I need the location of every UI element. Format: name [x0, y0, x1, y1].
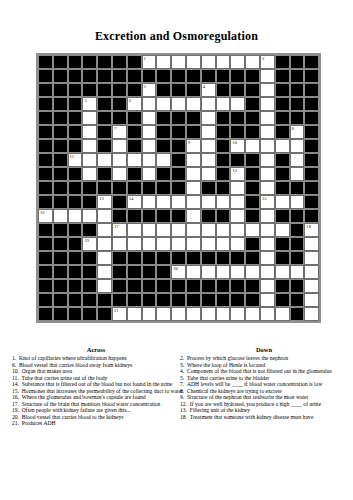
black-cell: [112, 69, 127, 83]
white-cell[interactable]: 1: [142, 55, 157, 69]
black-cell: [82, 251, 97, 265]
white-cell[interactable]: [171, 237, 186, 251]
black-cell: [156, 139, 171, 153]
black-cell: [82, 181, 97, 195]
clue-number: 19: [84, 238, 89, 243]
white-cell[interactable]: [82, 111, 97, 125]
black-cell: [112, 279, 127, 293]
white-cell[interactable]: [275, 139, 290, 153]
white-cell[interactable]: [201, 153, 216, 167]
white-cell[interactable]: [230, 97, 245, 111]
white-cell[interactable]: [97, 209, 112, 223]
white-cell[interactable]: 3: [142, 83, 157, 97]
black-cell: [112, 181, 127, 195]
black-cell: [82, 265, 97, 279]
black-cell: [97, 83, 112, 97]
black-cell: [127, 55, 142, 69]
black-cell: [290, 293, 305, 307]
white-cell[interactable]: [201, 223, 216, 237]
black-cell: [112, 83, 127, 97]
white-cell[interactable]: 8: [290, 125, 305, 139]
white-cell[interactable]: 5: [82, 97, 97, 111]
black-cell: [201, 293, 216, 307]
white-cell[interactable]: 10: [230, 139, 245, 153]
white-cell[interactable]: [82, 125, 97, 139]
black-cell: [53, 237, 68, 251]
white-cell[interactable]: [245, 139, 260, 153]
black-cell: [38, 307, 53, 321]
white-cell[interactable]: [230, 181, 245, 195]
black-cell: [304, 139, 319, 153]
white-cell[interactable]: [260, 83, 275, 97]
black-cell: [127, 265, 142, 279]
black-cell: [216, 125, 231, 139]
black-cell: [216, 153, 231, 167]
white-cell[interactable]: [260, 181, 275, 195]
clue-number: 18: [306, 224, 311, 229]
black-cell: [127, 279, 142, 293]
white-cell[interactable]: [201, 55, 216, 69]
white-cell[interactable]: [112, 237, 127, 251]
white-cell[interactable]: [186, 265, 201, 279]
black-cell: [68, 251, 83, 265]
black-cell: [290, 209, 305, 223]
white-cell[interactable]: 20: [171, 265, 186, 279]
white-cell[interactable]: 18: [304, 223, 319, 237]
white-cell[interactable]: [186, 223, 201, 237]
black-cell: [290, 307, 305, 321]
black-cell: [201, 279, 216, 293]
white-cell[interactable]: [260, 153, 275, 167]
white-cell[interactable]: [304, 279, 319, 293]
black-cell: [171, 279, 186, 293]
white-cell[interactable]: 15: [260, 195, 275, 209]
black-cell: [216, 69, 231, 83]
black-cell: [290, 223, 305, 237]
black-cell: [127, 125, 142, 139]
black-cell: [127, 167, 142, 181]
white-cell[interactable]: [171, 223, 186, 237]
white-cell[interactable]: [304, 265, 319, 279]
black-cell: [68, 223, 83, 237]
black-cell: [201, 181, 216, 195]
clue-number: 3: [144, 84, 146, 89]
white-cell[interactable]: 9: [186, 139, 201, 153]
black-cell: [171, 251, 186, 265]
black-cell: [171, 139, 186, 153]
black-cell: [304, 181, 319, 195]
white-cell[interactable]: 11: [68, 153, 83, 167]
black-cell: [68, 237, 83, 251]
black-cell: [53, 195, 68, 209]
down-clue-18: 18. Treatment that someone with kidney d…: [180, 414, 348, 421]
white-cell[interactable]: [216, 307, 231, 321]
white-cell[interactable]: [260, 111, 275, 125]
white-cell[interactable]: [142, 307, 157, 321]
black-cell: [127, 139, 142, 153]
black-cell: [290, 69, 305, 83]
black-cell: [186, 69, 201, 83]
white-cell[interactable]: [82, 153, 97, 167]
black-cell: [186, 83, 201, 97]
white-cell[interactable]: [142, 153, 157, 167]
white-cell[interactable]: [245, 223, 260, 237]
black-cell: [245, 195, 260, 209]
down-clue-list: 2. Process by which glucose leaves the n…: [180, 355, 348, 420]
white-cell[interactable]: [142, 125, 157, 139]
white-cell[interactable]: 4: [201, 83, 216, 97]
black-cell: [68, 125, 83, 139]
black-cell: [68, 139, 83, 153]
clue-number: 17: [114, 224, 119, 229]
white-cell[interactable]: [260, 69, 275, 83]
white-cell[interactable]: [68, 209, 83, 223]
white-cell[interactable]: [186, 167, 201, 181]
black-cell: [186, 111, 201, 125]
black-cell: [156, 167, 171, 181]
white-cell[interactable]: 7: [112, 125, 127, 139]
black-cell: [53, 279, 68, 293]
black-cell: [38, 83, 53, 97]
white-cell[interactable]: [186, 55, 201, 69]
white-cell[interactable]: 2: [260, 55, 275, 69]
clue-number: 14: [129, 196, 134, 201]
white-cell[interactable]: [186, 237, 201, 251]
black-cell: [171, 153, 186, 167]
black-cell: [38, 265, 53, 279]
white-cell[interactable]: [216, 265, 231, 279]
black-cell: [171, 209, 186, 223]
white-cell[interactable]: [201, 265, 216, 279]
page-title: Excretion and Osmoregulation: [0, 29, 353, 44]
white-cell[interactable]: [201, 307, 216, 321]
black-cell: [230, 293, 245, 307]
white-cell[interactable]: [97, 251, 112, 265]
white-cell[interactable]: [156, 195, 171, 209]
white-cell[interactable]: [260, 279, 275, 293]
clue-number: 13: [99, 196, 104, 201]
white-cell[interactable]: [230, 237, 245, 251]
white-cell[interactable]: [304, 251, 319, 265]
clue-number: 6: [129, 98, 131, 103]
black-cell: [82, 55, 97, 69]
black-cell: [216, 279, 231, 293]
black-cell: [186, 125, 201, 139]
black-cell: [304, 83, 319, 97]
white-cell[interactable]: [230, 223, 245, 237]
white-cell[interactable]: 14: [127, 195, 142, 209]
white-cell[interactable]: [290, 153, 305, 167]
black-cell: [201, 251, 216, 265]
black-cell: [216, 111, 231, 125]
white-cell[interactable]: 17: [112, 223, 127, 237]
clue-number: 11: [70, 154, 74, 159]
black-cell: [230, 279, 245, 293]
across-clue-21: 21. Produces ADH: [12, 420, 180, 427]
white-cell[interactable]: [304, 237, 319, 251]
white-cell[interactable]: [216, 237, 231, 251]
black-cell: [142, 293, 157, 307]
black-cell: [171, 125, 186, 139]
black-cell: [304, 195, 319, 209]
black-cell: [216, 181, 231, 195]
white-cell[interactable]: [201, 125, 216, 139]
black-cell: [53, 251, 68, 265]
white-cell[interactable]: [97, 265, 112, 279]
white-cell[interactable]: [304, 307, 319, 321]
across-clue-list: 1. Knot of capillaries where ultrafiltra…: [12, 355, 180, 427]
white-cell[interactable]: [97, 153, 112, 167]
white-cell[interactable]: [127, 307, 142, 321]
black-cell: [82, 279, 97, 293]
black-cell: [142, 181, 157, 195]
black-cell: [304, 55, 319, 69]
white-cell[interactable]: [201, 167, 216, 181]
black-cell: [97, 293, 112, 307]
clue-number: 2: [262, 56, 264, 61]
white-cell[interactable]: 12: [230, 167, 245, 181]
black-cell: [156, 181, 171, 195]
black-cell: [275, 237, 290, 251]
black-cell: [275, 125, 290, 139]
black-cell: [127, 111, 142, 125]
black-cell: [112, 293, 127, 307]
white-cell[interactable]: [127, 223, 142, 237]
white-cell[interactable]: [245, 307, 260, 321]
white-cell[interactable]: [142, 223, 157, 237]
white-cell[interactable]: [260, 139, 275, 153]
black-cell: [38, 223, 53, 237]
black-cell: [82, 83, 97, 97]
black-cell: [245, 153, 260, 167]
black-cell: [201, 209, 216, 223]
white-cell[interactable]: [290, 139, 305, 153]
white-cell[interactable]: [260, 293, 275, 307]
black-cell: [127, 293, 142, 307]
black-cell: [68, 111, 83, 125]
clue-number: 8: [292, 126, 294, 131]
white-cell[interactable]: [230, 55, 245, 69]
black-cell: [112, 265, 127, 279]
white-cell[interactable]: [112, 153, 127, 167]
black-cell: [216, 167, 231, 181]
black-cell: [156, 69, 171, 83]
black-cell: [53, 293, 68, 307]
white-cell[interactable]: [171, 55, 186, 69]
white-cell[interactable]: [216, 195, 231, 209]
white-cell[interactable]: [260, 251, 275, 265]
white-cell[interactable]: [230, 195, 245, 209]
black-cell: [38, 167, 53, 181]
white-cell[interactable]: [142, 167, 157, 181]
white-cell[interactable]: [290, 195, 305, 209]
black-cell: [230, 69, 245, 83]
black-cell: [171, 69, 186, 83]
clue-number: 12: [232, 168, 237, 173]
white-cell[interactable]: [127, 237, 142, 251]
white-cell[interactable]: [53, 209, 68, 223]
white-cell[interactable]: [216, 223, 231, 237]
black-cell: [290, 279, 305, 293]
white-cell[interactable]: [275, 223, 290, 237]
white-cell[interactable]: [97, 237, 112, 251]
black-cell: [156, 83, 171, 97]
white-cell[interactable]: [304, 293, 319, 307]
white-cell[interactable]: 6: [127, 97, 142, 111]
black-cell: [275, 181, 290, 195]
white-cell[interactable]: [290, 265, 305, 279]
white-cell[interactable]: [245, 265, 260, 279]
white-cell[interactable]: [142, 111, 157, 125]
white-cell[interactable]: [201, 139, 216, 153]
white-cell[interactable]: [260, 237, 275, 251]
black-cell: [53, 97, 68, 111]
white-cell[interactable]: 21: [112, 307, 127, 321]
black-cell: [38, 153, 53, 167]
black-cell: [112, 251, 127, 265]
black-cell: [142, 69, 157, 83]
white-cell[interactable]: [97, 279, 112, 293]
black-cell: [53, 265, 68, 279]
white-cell[interactable]: [142, 237, 157, 251]
black-cell: [245, 237, 260, 251]
clue-number: 21: [114, 308, 119, 313]
white-cell[interactable]: [142, 195, 157, 209]
black-cell: [112, 195, 127, 209]
black-cell: [142, 209, 157, 223]
white-cell[interactable]: [230, 209, 245, 223]
white-cell[interactable]: [127, 153, 142, 167]
white-cell[interactable]: [171, 307, 186, 321]
white-cell[interactable]: [82, 167, 97, 181]
across-clues-column: Across 1. Knot of capillaries where ultr…: [12, 346, 180, 427]
white-cell[interactable]: [186, 195, 201, 209]
black-cell: [68, 293, 83, 307]
black-cell: [97, 55, 112, 69]
black-cell: [112, 111, 127, 125]
black-cell: [290, 55, 305, 69]
white-cell[interactable]: [201, 195, 216, 209]
black-cell: [97, 125, 112, 139]
black-cell: [97, 139, 112, 153]
white-cell[interactable]: [97, 223, 112, 237]
white-cell[interactable]: [230, 265, 245, 279]
black-cell: [53, 307, 68, 321]
clue-number: 10: [232, 140, 237, 145]
black-cell: [68, 279, 83, 293]
black-cell: [142, 279, 157, 293]
white-cell[interactable]: [186, 209, 201, 223]
white-cell[interactable]: [260, 209, 275, 223]
black-cell: [245, 279, 260, 293]
white-cell[interactable]: [156, 307, 171, 321]
black-cell: [201, 69, 216, 83]
white-cell[interactable]: [260, 167, 275, 181]
white-cell[interactable]: [260, 97, 275, 111]
white-cell[interactable]: [230, 307, 245, 321]
white-cell[interactable]: [156, 153, 171, 167]
white-cell[interactable]: [186, 153, 201, 167]
white-cell[interactable]: [156, 237, 171, 251]
black-cell: [68, 97, 83, 111]
white-cell[interactable]: [186, 97, 201, 111]
white-cell[interactable]: [260, 125, 275, 139]
clue-number: 4: [203, 84, 205, 89]
white-cell[interactable]: [142, 139, 157, 153]
black-cell: [142, 265, 157, 279]
crossword-grid: 123456789101112131415161718192021: [36, 53, 321, 323]
black-cell: [275, 251, 290, 265]
black-cell: [68, 167, 83, 181]
white-cell[interactable]: [112, 167, 127, 181]
white-cell[interactable]: [186, 307, 201, 321]
black-cell: [245, 69, 260, 83]
white-cell[interactable]: [290, 167, 305, 181]
black-cell: [304, 111, 319, 125]
clue-number: 1: [144, 56, 146, 61]
down-clues-column: Down 2. Process by which glucose leaves …: [180, 346, 348, 420]
white-cell[interactable]: [82, 209, 97, 223]
clue-number: 16: [40, 210, 45, 215]
black-cell: [186, 251, 201, 265]
white-cell[interactable]: [260, 307, 275, 321]
white-cell[interactable]: [275, 195, 290, 209]
black-cell: [53, 153, 68, 167]
white-cell[interactable]: 19: [82, 237, 97, 251]
white-cell[interactable]: [275, 265, 290, 279]
black-cell: [156, 293, 171, 307]
down-clue-4: 4. Component of the blood that is not fi…: [180, 368, 348, 375]
white-cell[interactable]: [171, 97, 186, 111]
black-cell: [171, 181, 186, 195]
white-cell[interactable]: [260, 223, 275, 237]
across-heading: Across: [12, 346, 180, 353]
black-cell: [230, 125, 245, 139]
white-cell[interactable]: [156, 97, 171, 111]
black-cell: [304, 167, 319, 181]
white-cell[interactable]: [186, 181, 201, 195]
white-cell[interactable]: [82, 139, 97, 153]
white-cell[interactable]: [156, 223, 171, 237]
black-cell: [216, 293, 231, 307]
white-cell[interactable]: [156, 55, 171, 69]
white-cell[interactable]: [201, 111, 216, 125]
black-cell: [38, 69, 53, 83]
white-cell[interactable]: [275, 307, 290, 321]
black-cell: [156, 125, 171, 139]
black-cell: [68, 83, 83, 97]
black-cell: [53, 55, 68, 69]
white-cell[interactable]: [216, 97, 231, 111]
black-cell: [38, 181, 53, 195]
black-cell: [275, 293, 290, 307]
black-cell: [290, 251, 305, 265]
white-cell[interactable]: 16: [38, 209, 53, 223]
black-cell: [53, 139, 68, 153]
white-cell[interactable]: [201, 237, 216, 251]
white-cell[interactable]: [260, 265, 275, 279]
black-cell: [38, 293, 53, 307]
white-cell[interactable]: [201, 97, 216, 111]
across-clue-14: 14. Substance that is filtered out of th…: [12, 381, 180, 388]
white-cell[interactable]: [245, 55, 260, 69]
white-cell[interactable]: [171, 195, 186, 209]
white-cell[interactable]: [142, 97, 157, 111]
black-cell: [112, 97, 127, 111]
white-cell[interactable]: [216, 55, 231, 69]
white-cell[interactable]: [112, 139, 127, 153]
white-cell[interactable]: 13: [97, 195, 112, 209]
